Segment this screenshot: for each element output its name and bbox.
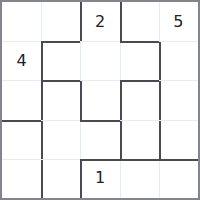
cell-r4-c4[interactable] [159,159,198,198]
cell-r3-c2[interactable] [80,120,119,159]
given-digit: 2 [95,14,105,30]
cell-r1-c0[interactable]: 4 [2,41,41,80]
given-digit: 4 [17,53,27,69]
cell-r0-c1[interactable] [41,2,80,41]
cell-r1-c3[interactable] [120,41,159,80]
given-digit: 5 [173,14,183,30]
cell-r3-c3[interactable] [120,120,159,159]
cell-r4-c1[interactable] [41,159,80,198]
cell-r4-c0[interactable] [2,159,41,198]
cell-r2-c3[interactable] [120,80,159,119]
cell-r4-c2[interactable]: 1 [80,159,119,198]
cell-r2-c4[interactable] [159,80,198,119]
cell-r2-c1[interactable] [41,80,80,119]
cell-r3-c0[interactable] [2,120,41,159]
cell-r3-c4[interactable] [159,120,198,159]
cell-r1-c4[interactable] [159,41,198,80]
cell-r3-c1[interactable] [41,120,80,159]
cell-r1-c2[interactable] [80,41,119,80]
cell-r1-c1[interactable] [41,41,80,80]
cell-r2-c0[interactable] [2,80,41,119]
cell-r2-c2[interactable] [80,80,119,119]
cell-r0-c4[interactable]: 5 [159,2,198,41]
cell-r0-c3[interactable] [120,2,159,41]
suguru-board: 2541 [0,0,200,200]
cell-r0-c0[interactable] [2,2,41,41]
cell-r4-c3[interactable] [120,159,159,198]
given-digit: 1 [95,170,105,186]
cell-r0-c2[interactable]: 2 [80,2,119,41]
